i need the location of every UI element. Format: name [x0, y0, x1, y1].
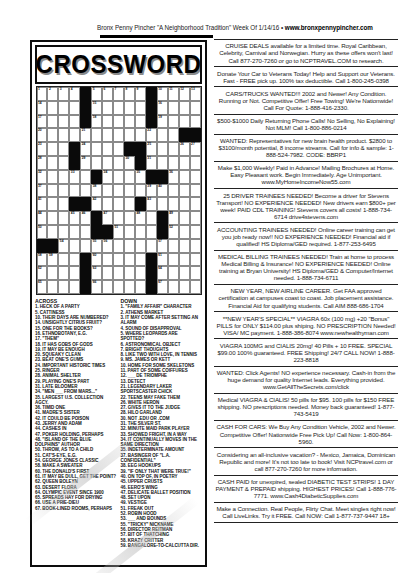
black-cell [80, 253, 91, 267]
grid-cell [135, 101, 146, 115]
grid-cell [179, 101, 190, 115]
grid-cell [146, 225, 157, 239]
cell-number: 13 [191, 88, 195, 92]
black-cell [80, 115, 91, 129]
grid-cell [69, 225, 80, 239]
grid-cell [168, 128, 179, 142]
grid-cell [135, 128, 146, 142]
grid-cell [113, 156, 124, 170]
masthead-url: www.bronxpennypincher.com [285, 24, 373, 31]
grid-cell [168, 239, 179, 253]
black-cell [80, 197, 91, 211]
grid-cell [113, 280, 124, 294]
grid-cell: 19 [157, 115, 168, 129]
grid-cell [168, 184, 179, 198]
grid-cell [124, 170, 135, 184]
clue: 67. BOOK-LINED ROOMS, PERHAPS [35, 506, 117, 511]
cell-number: 51 [115, 226, 119, 230]
grid-cell [47, 184, 58, 198]
grid-cell [124, 225, 135, 239]
grid-cell [179, 266, 190, 280]
grid-cell [135, 239, 146, 253]
classified-ad: VIAGRA 100MG and CIALIS 20mg! 40 Pills +… [214, 339, 398, 366]
grid-cell [80, 239, 91, 253]
grid-cell [146, 239, 157, 253]
black-cell [157, 170, 168, 184]
cell-number: 54 [60, 240, 64, 244]
grid-cell [102, 253, 113, 267]
grid-cell [135, 184, 146, 198]
cell-number: 37 [38, 185, 42, 189]
grid-cell: 33 [69, 170, 80, 184]
black-cell [80, 101, 91, 115]
cell-number: 27 [191, 143, 195, 147]
grid-cell [58, 184, 69, 198]
grid-cell: 48 [135, 211, 146, 225]
clues-section: ACROSS 1. HECK OF A PARTY5. CATTINESS10.… [35, 298, 202, 548]
cell-number: 24 [82, 143, 86, 147]
grid-cell: 29 [80, 156, 91, 170]
black-cell [157, 225, 168, 239]
classified-ad: ACCOUNTING TRAINEES NEEDED! Online caree… [214, 223, 398, 250]
grid-cell [47, 280, 58, 294]
grid-cell [113, 239, 124, 253]
black-cell [157, 211, 168, 225]
grid-cell [80, 170, 91, 184]
grid-cell [47, 225, 58, 239]
grid-cell [102, 266, 113, 280]
grid-cell: 4 [69, 87, 80, 101]
cell-number: 11 [169, 88, 173, 92]
grid-cell [179, 115, 190, 129]
grid-cell: 34 [102, 170, 113, 184]
grid-cell: 23 [37, 142, 48, 156]
grid-cell: 22 [146, 128, 157, 142]
grid-cell [190, 225, 201, 239]
grid-cell [58, 170, 69, 184]
cell-number: 59 [49, 254, 53, 258]
across-heading: ACROSS [35, 298, 117, 304]
grid-cell [91, 142, 102, 156]
grid-cell [168, 266, 179, 280]
black-cell [179, 128, 190, 142]
classified-ad: 25 DRIVER TRAINEES NEEDED! Become a driv… [214, 189, 398, 223]
cell-number: 61 [158, 254, 162, 258]
grid-cell [47, 170, 58, 184]
grid-cell [190, 266, 201, 280]
cell-number: 34 [104, 171, 108, 175]
cell-number: 26 [180, 143, 184, 147]
grid-cell [190, 184, 201, 198]
grid-cell [80, 225, 91, 239]
cell-number: 35 [136, 171, 140, 175]
cell-number: 2 [49, 88, 51, 92]
cell-number: 30 [125, 157, 129, 161]
black-cell [135, 156, 146, 170]
grid-cell: 31 [146, 156, 157, 170]
cell-number: 57 [158, 240, 162, 244]
grid-cell [47, 266, 58, 280]
cell-number: 17 [38, 116, 42, 120]
grid-cell: 3 [58, 87, 69, 101]
classified-ad: CARS/TRUCKS WANTED!!! 2002 and Newer! An… [214, 87, 398, 114]
grid-cell [190, 115, 201, 129]
grid-cell: 24 [80, 142, 91, 156]
cell-number: 4 [71, 88, 73, 92]
cell-number: 63 [93, 267, 97, 271]
cell-number: 19 [158, 116, 162, 120]
grid-cell [58, 225, 69, 239]
cell-number: 40 [158, 185, 162, 189]
cell-number: 38 [93, 185, 97, 189]
cell-number: 36 [169, 171, 173, 175]
grid-cell [179, 253, 190, 267]
clue: 3. IT MAY COME AFTER SETTING AN ALARM [121, 315, 203, 326]
cell-number: 20 [38, 129, 42, 133]
grid-cell [179, 170, 190, 184]
grid-cell: 64 [157, 266, 168, 280]
classified-ad: WANTED: Representatives for new brain he… [214, 135, 398, 162]
grid-cell: 18 [91, 115, 102, 129]
clue: 37. BASINGER OF "L.A. CONFIDENTIAL" [121, 453, 203, 464]
grid-cell: 26 [179, 142, 190, 156]
grid-cell: 2 [47, 87, 58, 101]
grid-cell [113, 101, 124, 115]
grid-cell [102, 115, 113, 129]
cell-number: 47 [104, 212, 108, 216]
cell-number: 55 [93, 240, 97, 244]
grid-cell: 6 [102, 87, 113, 101]
grid-cell [69, 128, 80, 142]
black-cell [69, 142, 80, 156]
cell-number: 42 [93, 198, 97, 202]
grid-cell [135, 115, 146, 129]
black-cell [146, 253, 157, 267]
classified-ad: MEDICAL BILLING TRAINEES NEEDED! Train a… [214, 251, 398, 285]
classified-ad: $500-$1000 Daily Returning Phone Calls! … [214, 115, 398, 135]
grid-cell [113, 115, 124, 129]
black-cell [146, 87, 157, 101]
cell-number: 9 [136, 88, 138, 92]
black-cell [91, 170, 102, 184]
grid-cell: 38 [91, 184, 102, 198]
grid-cell [102, 280, 113, 294]
grid-cell: 62 [37, 266, 48, 280]
grid-cell [179, 239, 190, 253]
grid-cell: 51 [113, 225, 124, 239]
cell-number: 5 [93, 88, 95, 92]
grid-cell: 36 [168, 170, 179, 184]
grid-cell [58, 142, 69, 156]
grid-cell [135, 280, 146, 294]
black-cell [102, 225, 113, 239]
grid-cell [47, 197, 58, 211]
black-cell [146, 101, 157, 115]
grid-cell [102, 184, 113, 198]
grid-cell [58, 253, 69, 267]
grid-cell [102, 197, 113, 211]
grid-cell [124, 253, 135, 267]
clue: 5. WHERE LEOPARDS ARE SPOTTED? [121, 331, 203, 342]
grid-cell [168, 253, 179, 267]
grid-cell [47, 115, 58, 129]
grid-cell: 43 [146, 197, 157, 211]
grid-cell [69, 266, 80, 280]
grid-cell [124, 128, 135, 142]
clue: 35. LARGEST U.S. COLLECTION AGCY. [35, 395, 117, 406]
grid-cell: 65 [37, 280, 48, 294]
grid-cell: 7 [113, 87, 124, 101]
cell-number: 62 [38, 267, 42, 271]
cell-number: 29 [82, 157, 86, 161]
black-cell [37, 239, 48, 253]
classified-ad: **NEW YEAR'S SPECIAL** VIAGRA 60x (100 m… [214, 312, 398, 339]
grid-cell [58, 115, 69, 129]
grid-cell [102, 142, 113, 156]
clue: 1. "FAMILY AFFAIR" CHARACTER [121, 304, 203, 309]
crossword-panel: CROSSWORD 123456789101112131415161718192… [30, 40, 207, 567]
across-clues-column: ACROSS 1. HECK OF A PARTY5. CATTINESS10.… [35, 298, 117, 548]
cell-number: 14 [38, 102, 42, 106]
grid-cell [47, 211, 58, 225]
grid-cell [124, 101, 135, 115]
crossword-grid: 1234567891011121314151617181920212223242… [36, 86, 202, 295]
grid-cell [179, 280, 190, 294]
grid-cell [80, 184, 91, 198]
clue: 59. BANGALORE-TO-CALCUTTA DIR. [121, 543, 203, 548]
grid-cell [179, 225, 190, 239]
grid-cell [69, 101, 80, 115]
cell-number: 33 [71, 171, 75, 175]
grid-cell [168, 280, 179, 294]
grid-cell [124, 280, 135, 294]
masthead-text: Bronx Penny Pincher "A Neighborhood Trad… [97, 24, 285, 31]
grid-cell [102, 101, 113, 115]
grid-cell: 14 [37, 101, 48, 115]
newspaper-page: Bronx Penny Pincher "A Neighborhood Trad… [0, 0, 400, 573]
grid-cell: 9 [135, 87, 146, 101]
grid-cell: 1 [37, 87, 48, 101]
grid-cell: 67 [157, 280, 168, 294]
grid-cell [113, 253, 124, 267]
cell-number: 52 [169, 226, 173, 230]
grid-cell [135, 253, 146, 267]
grid-cell: 11 [168, 87, 179, 101]
grid-cell [58, 211, 69, 225]
grid-cell [69, 239, 80, 253]
grid-cell: 30 [124, 156, 135, 170]
clue: 34. IT CONTINUALLY MOVES IN THE SAME DIR… [121, 437, 203, 448]
grid-cell: 13 [190, 87, 201, 101]
cell-number: 15 [93, 102, 97, 106]
grid-cell: 12 [179, 87, 190, 101]
grid-cell [179, 156, 190, 170]
cell-number: 56 [104, 240, 108, 244]
grid-cell: 28 [37, 156, 48, 170]
classified-ad: Make $1,000 Weekly! Paid in Advance! Mai… [214, 162, 398, 189]
cell-number: 25 [147, 143, 151, 147]
cell-number: 12 [180, 88, 184, 92]
classifieds-column: CRUISE DEALS available for a limited tim… [214, 39, 398, 523]
grid-cell: 47 [102, 211, 113, 225]
cell-number: 44 [38, 212, 42, 216]
cell-number: 60 [93, 254, 97, 258]
black-cell [91, 211, 102, 225]
grid-cell [157, 156, 168, 170]
cell-number: 16 [158, 102, 162, 106]
grid-cell [58, 156, 69, 170]
black-cell [80, 280, 91, 294]
cell-number: 21 [82, 129, 86, 133]
classified-ad: CASH PAID for unexpired, sealed DIABETIC… [214, 476, 398, 503]
black-cell [146, 280, 157, 294]
black-cell [135, 142, 146, 156]
grid-cell [47, 128, 58, 142]
classified-ad: CRUISE DEALS available for a limited tim… [214, 40, 398, 67]
grid-cell [58, 266, 69, 280]
grid-cell [124, 197, 135, 211]
grid-cell: 35 [135, 170, 146, 184]
grid-cell [124, 239, 135, 253]
grid-cell: 17 [37, 115, 48, 129]
grid-cell [168, 142, 179, 156]
grid-cell [157, 197, 168, 211]
grid-cell: 57 [157, 239, 168, 253]
cell-number: 31 [147, 157, 151, 161]
grid-cell [69, 115, 80, 129]
cell-number: 46 [82, 212, 86, 216]
grid-cell [190, 280, 201, 294]
cell-number: 48 [136, 212, 140, 216]
classified-ad: Make a Connection. Real People, Flirty C… [214, 503, 398, 523]
grid-cell [124, 266, 135, 280]
cell-number: 64 [158, 267, 162, 271]
cell-number: 58 [38, 254, 42, 258]
grid-cell [157, 142, 168, 156]
down-clues-list: 1. "FAMILY AFFAIR" CHARACTER2. ATHENS MA… [121, 304, 203, 548]
black-cell [135, 197, 146, 211]
cell-number: 28 [38, 157, 42, 161]
down-clues-column: DOWN 1. "FAMILY AFFAIR" CHARACTER2. ATHE… [121, 298, 203, 548]
cell-number: 23 [38, 143, 42, 147]
grid-cell [47, 101, 58, 115]
grid-cell [113, 211, 124, 225]
grid-cell: 52 [168, 225, 179, 239]
grid-cell [135, 266, 146, 280]
classified-ad: WANTED: Click Agents! NO experience nece… [214, 367, 398, 394]
cell-number: 39 [147, 185, 151, 189]
grid-cell [179, 197, 190, 211]
cell-number: 3 [60, 88, 62, 92]
grid-cell: 50 [37, 225, 48, 239]
cell-number: 43 [147, 198, 151, 202]
grid-cell: 45 [69, 211, 80, 225]
grid-cell [190, 211, 201, 225]
cell-number: 18 [93, 116, 97, 120]
grid-cell: 15 [91, 101, 102, 115]
black-cell [91, 225, 102, 239]
across-clues-list: 1. HECK OF A PARTY5. CATTINESS10. THEIR … [35, 304, 117, 511]
grid-cell: 20 [37, 128, 48, 142]
grid-cell [47, 156, 58, 170]
black-cell [80, 266, 91, 280]
grid-cell [91, 128, 102, 142]
grid-cell: 46 [80, 211, 91, 225]
down-heading: DOWN [121, 298, 203, 304]
classified-ad: NEW YEAR, NEW AIRLINE CAREER. Get FAA ap… [214, 285, 398, 312]
classified-ad: Medical VIAGRA & CIALIS! 50 pills for $9… [214, 394, 398, 421]
classified-ad: CASH FOR CARS: We Buy Any Condition Vehi… [214, 421, 398, 448]
grid-cell [58, 101, 69, 115]
grid-cell: 32 [37, 170, 48, 184]
cell-number: 49 [169, 212, 173, 216]
grid-cell: 55 [91, 239, 102, 253]
grid-cell [190, 156, 201, 170]
grid-cell [179, 211, 190, 225]
grid-cell [69, 280, 80, 294]
classified-ad: Considering an all-inclusive vacation? -… [214, 448, 398, 475]
grid-cell: 44 [37, 211, 48, 225]
black-cell [124, 142, 135, 156]
grid-cell [113, 184, 124, 198]
grid-cell [146, 211, 157, 225]
black-cell [69, 197, 80, 211]
grid-cell [69, 253, 80, 267]
black-cell [80, 87, 91, 101]
grid-cell [47, 142, 58, 156]
grid-cell: 25 [146, 142, 157, 156]
cell-number: 7 [115, 88, 117, 92]
grid-cell: 54 [58, 239, 69, 253]
grid-cell: 8 [124, 87, 135, 101]
classified-ad: Donate Your Car to Veterans Today! Help … [214, 67, 398, 87]
grid-cell: 27 [190, 142, 201, 156]
grid-cell [91, 156, 102, 170]
grid-cell: 39 [146, 184, 157, 198]
grid-cell [168, 101, 179, 115]
cell-number: 45 [71, 212, 75, 216]
grid-cell [124, 115, 135, 129]
grid-cell: 66 [91, 280, 102, 294]
black-cell [190, 128, 201, 142]
grid-cell [190, 239, 201, 253]
grid-cell: 10 [157, 87, 168, 101]
cell-number: 1 [38, 88, 40, 92]
grid-cell: 40 [157, 184, 168, 198]
black-cell [146, 266, 157, 280]
grid-cell: 42 [91, 197, 102, 211]
crossword-title-box: CROSSWORD [35, 45, 202, 84]
grid-cell: 58 [37, 253, 48, 267]
grid-cell: 49 [168, 211, 179, 225]
grid-cell [168, 156, 179, 170]
grid-cell [124, 211, 135, 225]
black-cell [47, 239, 58, 253]
cell-number: 10 [158, 88, 162, 92]
grid-cell [190, 170, 201, 184]
grid-cell [58, 280, 69, 294]
grid-cell: 60 [91, 253, 102, 267]
grid-cell [135, 225, 146, 239]
black-cell [146, 170, 157, 184]
grid-cell [102, 128, 113, 142]
grid-cell [168, 115, 179, 129]
grid-cell: 16 [157, 101, 168, 115]
cell-number: 22 [147, 129, 151, 133]
grid-cell: 41 [37, 197, 48, 211]
grid-cell: 56 [102, 239, 113, 253]
grid-cell [190, 197, 201, 211]
